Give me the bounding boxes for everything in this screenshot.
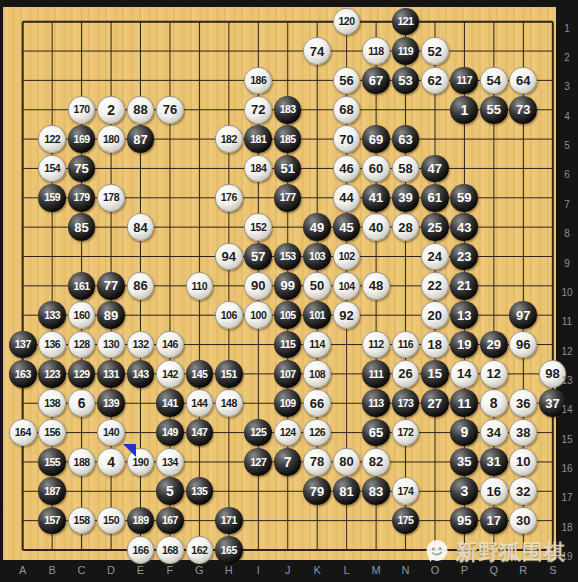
column-label-F: F xyxy=(167,564,174,576)
stone-137-black: 137 xyxy=(9,331,37,359)
stone-39-black: 39 xyxy=(392,184,420,212)
stone-120-white: 120 xyxy=(333,8,361,36)
stone-2-white: 2 xyxy=(97,96,125,124)
stone-3-black: 3 xyxy=(450,477,478,505)
stone-44-white: 44 xyxy=(333,184,361,212)
stone-38-white: 38 xyxy=(509,419,537,447)
stone-119-black: 119 xyxy=(392,37,420,65)
row-label-2: 2 xyxy=(558,52,576,63)
stone-116-white: 116 xyxy=(392,331,420,359)
stone-34-white: 34 xyxy=(480,419,508,447)
wechat-icon xyxy=(424,539,451,565)
stone-161-black: 161 xyxy=(68,272,96,300)
stone-92-white: 92 xyxy=(333,301,361,329)
stone-17-black: 17 xyxy=(480,507,508,535)
stone-16-white: 16 xyxy=(480,477,508,505)
stone-158-white: 158 xyxy=(68,507,96,535)
stone-35-black: 35 xyxy=(450,448,478,476)
stone-11-black: 11 xyxy=(450,389,478,417)
stone-86-white: 86 xyxy=(127,272,155,300)
stone-79-black: 79 xyxy=(303,477,331,505)
stone-134-white: 134 xyxy=(156,448,184,476)
stone-135-black: 135 xyxy=(186,477,214,505)
stone-73-black: 73 xyxy=(509,96,537,124)
stone-138-white: 138 xyxy=(38,389,66,417)
stone-47-black: 47 xyxy=(421,155,449,183)
stone-76-white: 76 xyxy=(156,96,184,124)
stone-21-black: 21 xyxy=(450,272,478,300)
stone-127-black: 127 xyxy=(244,448,272,476)
stone-106-white: 106 xyxy=(215,301,243,329)
stone-29-black: 29 xyxy=(480,331,508,359)
stone-133-black: 133 xyxy=(38,301,66,329)
logo-text: 新野狐围棋 xyxy=(456,538,566,566)
stone-32-white: 32 xyxy=(509,477,537,505)
stone-7-black: 7 xyxy=(274,448,302,476)
row-label-16: 16 xyxy=(558,463,576,474)
stone-10-white: 10 xyxy=(509,448,537,476)
stone-144-white: 144 xyxy=(186,389,214,417)
stone-87-black: 87 xyxy=(127,125,155,153)
stone-75-black: 75 xyxy=(68,155,96,183)
row-label-13: 13 xyxy=(558,375,576,386)
stone-122-white: 122 xyxy=(38,125,66,153)
stone-153-black: 153 xyxy=(274,243,302,271)
stone-28-white: 28 xyxy=(392,213,420,241)
stone-141-black: 141 xyxy=(156,389,184,417)
stone-51-black: 51 xyxy=(274,155,302,183)
stone-181-black: 181 xyxy=(244,125,272,153)
stone-15-black: 15 xyxy=(421,360,449,388)
row-label-9: 9 xyxy=(558,258,576,269)
stone-183-black: 183 xyxy=(274,96,302,124)
stone-187-black: 187 xyxy=(38,477,66,505)
stone-167-black: 167 xyxy=(156,507,184,535)
stone-1-black: 1 xyxy=(450,96,478,124)
row-label-10: 10 xyxy=(558,287,576,298)
row-label-1: 1 xyxy=(558,23,576,34)
stone-110-white: 110 xyxy=(186,272,214,300)
stone-154-white: 154 xyxy=(38,155,66,183)
column-label-N: N xyxy=(402,564,410,576)
stone-100-white: 100 xyxy=(244,301,272,329)
stone-55-black: 55 xyxy=(480,96,508,124)
stone-105-black: 105 xyxy=(274,301,302,329)
column-label-L: L xyxy=(344,564,350,576)
stone-125-black: 125 xyxy=(244,419,272,447)
stone-6-white: 6 xyxy=(68,389,96,417)
stone-18-white: 18 xyxy=(421,331,449,359)
stone-41-black: 41 xyxy=(362,184,390,212)
column-label-H: H xyxy=(225,564,233,576)
stone-61-black: 61 xyxy=(421,184,449,212)
stone-70-white: 70 xyxy=(333,125,361,153)
stone-52-white: 52 xyxy=(421,37,449,65)
stone-26-white: 26 xyxy=(392,360,420,388)
stone-149-black: 149 xyxy=(156,419,184,447)
stone-60-white: 60 xyxy=(362,155,390,183)
stone-103-black: 103 xyxy=(303,243,331,271)
row-label-12: 12 xyxy=(558,346,576,357)
stone-74-white: 74 xyxy=(303,37,331,65)
stone-160-white: 160 xyxy=(68,301,96,329)
stone-82-white: 82 xyxy=(362,448,390,476)
stone-66-white: 66 xyxy=(303,389,331,417)
stone-59-black: 59 xyxy=(450,184,478,212)
row-label-7: 7 xyxy=(558,199,576,210)
stone-24-white: 24 xyxy=(421,243,449,271)
stone-185-black: 185 xyxy=(274,125,302,153)
stone-113-black: 113 xyxy=(362,389,390,417)
stone-188-white: 188 xyxy=(68,448,96,476)
column-label-E: E xyxy=(137,564,144,576)
stone-142-white: 142 xyxy=(156,360,184,388)
stone-115-black: 115 xyxy=(274,331,302,359)
stone-155-black: 155 xyxy=(38,448,66,476)
stone-101-black: 101 xyxy=(303,301,331,329)
fox-go-logo: 新野狐围棋 xyxy=(424,538,566,566)
stone-84-white: 84 xyxy=(127,213,155,241)
stone-157-black: 157 xyxy=(38,507,66,535)
stone-62-white: 62 xyxy=(421,67,449,95)
stone-104-white: 104 xyxy=(333,272,361,300)
stone-107-black: 107 xyxy=(274,360,302,388)
stone-180-white: 180 xyxy=(97,125,125,153)
stone-48-white: 48 xyxy=(362,272,390,300)
stone-99-black: 99 xyxy=(274,272,302,300)
stone-179-black: 179 xyxy=(68,184,96,212)
stone-148-white: 148 xyxy=(215,389,243,417)
stone-128-white: 128 xyxy=(68,331,96,359)
stone-170-white: 170 xyxy=(68,96,96,124)
stone-95-black: 95 xyxy=(450,507,478,535)
stone-63-black: 63 xyxy=(392,125,420,153)
stone-69-black: 69 xyxy=(362,125,390,153)
stone-27-black: 27 xyxy=(421,389,449,417)
row-label-14: 14 xyxy=(558,404,576,415)
column-label-I: I xyxy=(257,564,260,576)
stone-64-white: 64 xyxy=(509,67,537,95)
stone-83-black: 83 xyxy=(362,477,390,505)
stone-123-black: 123 xyxy=(38,360,66,388)
stone-140-white: 140 xyxy=(97,419,125,447)
stone-145-black: 145 xyxy=(186,360,214,388)
stone-162-white: 162 xyxy=(186,536,214,564)
row-label-6: 6 xyxy=(558,169,576,180)
stone-178-white: 178 xyxy=(97,184,125,212)
row-label-3: 3 xyxy=(558,81,576,92)
row-label-4: 4 xyxy=(558,111,576,122)
stone-163-black: 163 xyxy=(9,360,37,388)
row-label-5: 5 xyxy=(558,140,576,151)
stone-126-white: 126 xyxy=(303,419,331,447)
stone-12-white: 12 xyxy=(480,360,508,388)
row-label-15: 15 xyxy=(558,434,576,445)
stone-9-black: 9 xyxy=(450,419,478,447)
stone-68-white: 68 xyxy=(333,96,361,124)
stone-165-black: 165 xyxy=(215,536,243,564)
stone-159-black: 159 xyxy=(38,184,66,212)
column-label-M: M xyxy=(372,564,381,576)
stone-8-white: 8 xyxy=(480,389,508,417)
last-move-marker xyxy=(123,444,137,458)
stone-65-black: 65 xyxy=(362,419,390,447)
stone-45-black: 45 xyxy=(333,213,361,241)
stone-5-black: 5 xyxy=(156,477,184,505)
stone-23-black: 23 xyxy=(450,243,478,271)
stone-150-white: 150 xyxy=(97,507,125,535)
column-label-D: D xyxy=(107,564,115,576)
column-label-A: A xyxy=(19,564,26,576)
stone-13-black: 13 xyxy=(450,301,478,329)
stone-118-white: 118 xyxy=(362,37,390,65)
stone-88-white: 88 xyxy=(127,96,155,124)
row-label-8: 8 xyxy=(558,228,576,239)
stone-22-white: 22 xyxy=(421,272,449,300)
stone-31-black: 31 xyxy=(480,448,508,476)
stone-143-black: 143 xyxy=(127,360,155,388)
stone-174-white: 174 xyxy=(392,477,420,505)
stone-89-black: 89 xyxy=(97,301,125,329)
stone-81-black: 81 xyxy=(333,477,361,505)
stone-173-black: 173 xyxy=(392,389,420,417)
stone-132-white: 132 xyxy=(127,331,155,359)
stone-176-white: 176 xyxy=(215,184,243,212)
stone-57-black: 57 xyxy=(244,243,272,271)
stone-139-black: 139 xyxy=(97,389,125,417)
stone-58-white: 58 xyxy=(392,155,420,183)
stone-56-white: 56 xyxy=(333,67,361,95)
stone-25-black: 25 xyxy=(421,213,449,241)
stone-30-white: 30 xyxy=(509,507,537,535)
stone-152-white: 152 xyxy=(244,213,272,241)
column-label-C: C xyxy=(78,564,86,576)
stone-94-white: 94 xyxy=(215,243,243,271)
stone-20-white: 20 xyxy=(421,301,449,329)
stone-78-white: 78 xyxy=(303,448,331,476)
stone-156-white: 156 xyxy=(38,419,66,447)
stone-111-black: 111 xyxy=(362,360,390,388)
stone-164-white: 164 xyxy=(9,419,37,447)
stone-96-white: 96 xyxy=(509,331,537,359)
stone-130-white: 130 xyxy=(97,331,125,359)
stone-85-black: 85 xyxy=(68,213,96,241)
row-label-17: 17 xyxy=(558,492,576,503)
stone-121-black: 121 xyxy=(392,8,420,36)
stone-72-white: 72 xyxy=(244,96,272,124)
row-label-11: 11 xyxy=(558,316,576,327)
stone-77-black: 77 xyxy=(97,272,125,300)
stone-184-white: 184 xyxy=(244,155,272,183)
stone-14-white: 14 xyxy=(450,360,478,388)
stone-4-white: 4 xyxy=(97,448,125,476)
stone-171-black: 171 xyxy=(215,507,243,535)
stone-172-white: 172 xyxy=(392,419,420,447)
stone-147-black: 147 xyxy=(186,419,214,447)
column-label-J: J xyxy=(285,564,291,576)
stone-109-black: 109 xyxy=(274,389,302,417)
stone-53-black: 53 xyxy=(392,67,420,95)
stone-131-black: 131 xyxy=(97,360,125,388)
stone-151-black: 151 xyxy=(215,360,243,388)
stone-146-white: 146 xyxy=(156,331,184,359)
column-label-B: B xyxy=(48,564,55,576)
stone-117-black: 117 xyxy=(450,67,478,95)
stone-129-black: 129 xyxy=(68,360,96,388)
go-diagram: 1234567891011121314151617181920212223242… xyxy=(0,0,578,582)
stone-189-black: 189 xyxy=(127,507,155,535)
stone-97-black: 97 xyxy=(509,301,537,329)
stone-90-white: 90 xyxy=(244,272,272,300)
stone-36-white: 36 xyxy=(509,389,537,417)
stone-67-black: 67 xyxy=(362,67,390,95)
stone-182-white: 182 xyxy=(215,125,243,153)
stone-108-white: 108 xyxy=(303,360,331,388)
stone-168-white: 168 xyxy=(156,536,184,564)
stone-186-white: 186 xyxy=(244,67,272,95)
stone-19-black: 19 xyxy=(450,331,478,359)
stones-grid: 1234567891011121314151617181920212223242… xyxy=(8,7,567,565)
stone-136-white: 136 xyxy=(38,331,66,359)
stone-50-white: 50 xyxy=(303,272,331,300)
stone-46-white: 46 xyxy=(333,155,361,183)
stone-166-white: 166 xyxy=(127,536,155,564)
stone-102-white: 102 xyxy=(333,243,361,271)
stone-112-white: 112 xyxy=(362,331,390,359)
stone-40-white: 40 xyxy=(362,213,390,241)
stone-175-black: 175 xyxy=(392,507,420,535)
stone-49-black: 49 xyxy=(303,213,331,241)
stone-54-white: 54 xyxy=(480,67,508,95)
stone-177-black: 177 xyxy=(274,184,302,212)
stone-80-white: 80 xyxy=(333,448,361,476)
row-label-18: 18 xyxy=(558,522,576,533)
column-label-K: K xyxy=(314,564,321,576)
stone-114-white: 114 xyxy=(303,331,331,359)
stone-169-black: 169 xyxy=(68,125,96,153)
stone-124-white: 124 xyxy=(274,419,302,447)
column-label-G: G xyxy=(195,564,204,576)
stone-43-black: 43 xyxy=(450,213,478,241)
